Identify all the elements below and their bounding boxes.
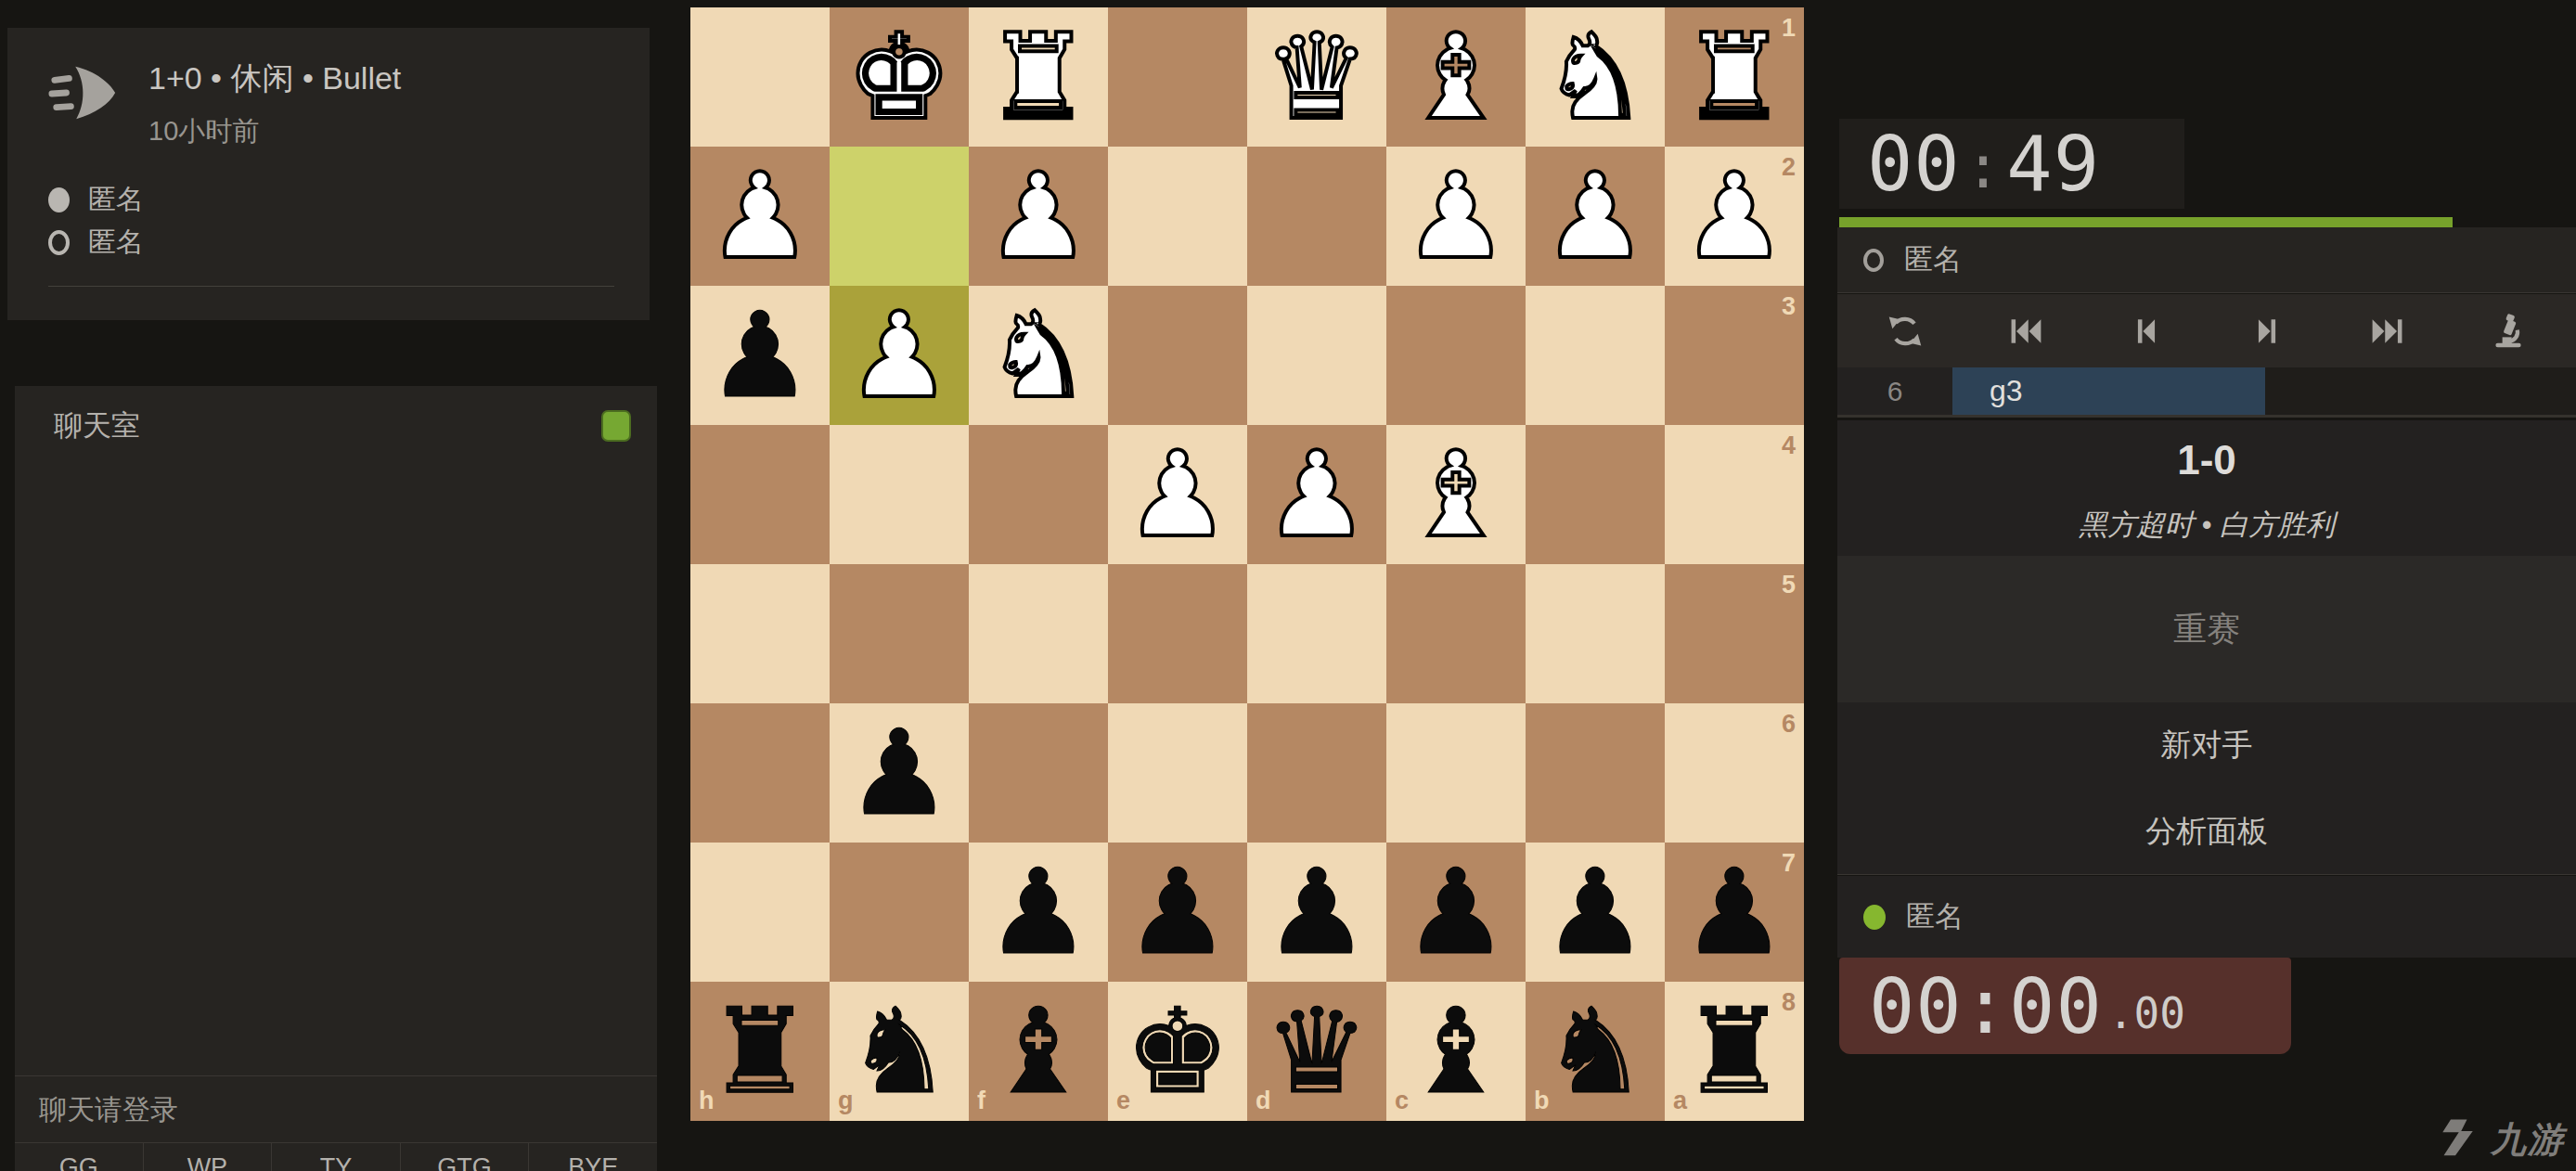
previous-move-button[interactable] <box>2125 310 2168 353</box>
square-c4[interactable]: ♝ <box>1386 425 1526 564</box>
black-pawn-piece: ♟ <box>830 703 969 843</box>
watermark: 九游 <box>2437 1116 2565 1164</box>
nine-game-logo-icon <box>2437 1117 2483 1164</box>
move-san-selected[interactable]: g3 <box>1952 367 2265 415</box>
new-opponent-button[interactable]: 新对手 <box>1837 702 2576 789</box>
chat-preset-buttons: GGWPTYGTGBYE <box>15 1142 657 1171</box>
black-pawn-piece: ♟ <box>1386 843 1526 982</box>
square-g5[interactable] <box>830 564 969 703</box>
black-pawn-piece: ♟ <box>690 286 830 425</box>
square-a2[interactable]: ♟2 <box>1665 147 1804 286</box>
square-e5[interactable] <box>1108 564 1247 703</box>
square-g3[interactable]: ♟ <box>830 286 969 425</box>
square-d6[interactable] <box>1247 703 1386 843</box>
square-b1[interactable]: ♞ <box>1526 7 1665 147</box>
white-king-piece: ♚ <box>830 7 969 147</box>
chat-preset-gg[interactable]: GG <box>15 1143 143 1171</box>
square-f1[interactable]: ♜ <box>969 7 1108 147</box>
black-pawn-piece: ♟ <box>1526 843 1665 982</box>
black-clock-time: 00:00 <box>1869 962 2103 1050</box>
square-h8[interactable]: ♜h <box>690 982 830 1121</box>
square-b6[interactable] <box>1526 703 1665 843</box>
rank-label-4: 4 <box>1782 431 1796 460</box>
left-sidebar: 1+0 • 休闲 • Bullet 10小时前 匿名 匿名 黑方超时 • 白方胜… <box>7 28 650 320</box>
square-c7[interactable]: ♟ <box>1386 843 1526 982</box>
flip-board-button[interactable] <box>1884 310 1926 353</box>
next-move-button[interactable] <box>2246 310 2288 353</box>
white-pawn-piece: ♟ <box>1247 425 1386 564</box>
square-d3[interactable] <box>1247 286 1386 425</box>
square-f2[interactable]: ♟ <box>969 147 1108 286</box>
square-a6[interactable]: 6 <box>1665 703 1804 843</box>
white-pawn-piece: ♟ <box>969 147 1108 286</box>
file-label-f: f <box>977 1087 985 1115</box>
square-c2[interactable]: ♟ <box>1386 147 1526 286</box>
square-e7[interactable]: ♟ <box>1108 843 1247 982</box>
white-pawn-piece: ♟ <box>1386 147 1526 286</box>
analysis-board-button[interactable]: 分析面板 <box>1837 789 2576 875</box>
white-clock: 00:49 <box>1839 119 2184 209</box>
online-dot-icon <box>1863 905 1886 930</box>
square-d5[interactable] <box>1247 564 1386 703</box>
white-bishop-piece: ♝ <box>1386 425 1526 564</box>
square-g7[interactable] <box>830 843 969 982</box>
square-h5[interactable] <box>690 564 830 703</box>
square-c1[interactable]: ♝ <box>1386 7 1526 147</box>
square-b7[interactable]: ♟ <box>1526 843 1665 982</box>
square-f7[interactable]: ♟ <box>969 843 1108 982</box>
rank-label-8: 8 <box>1782 988 1796 1017</box>
square-d1[interactable]: ♛ <box>1247 7 1386 147</box>
square-g8[interactable]: ♞g <box>830 982 969 1121</box>
rank-label-7: 7 <box>1782 849 1796 878</box>
square-g1[interactable]: ♚ <box>830 7 969 147</box>
game-time-ago: 10小时前 <box>148 113 401 150</box>
white-disc-icon <box>48 187 70 212</box>
chat-preset-wp[interactable]: WP <box>143 1143 272 1171</box>
white-pawn-piece: ♟ <box>1108 425 1247 564</box>
divider <box>48 286 614 287</box>
square-d7[interactable]: ♟ <box>1247 843 1386 982</box>
file-label-e: e <box>1116 1087 1130 1115</box>
square-f5[interactable] <box>969 564 1108 703</box>
analysis-microscope-icon[interactable] <box>2487 310 2530 353</box>
rank-label-6: 6 <box>1782 710 1796 739</box>
square-a3[interactable]: 3 <box>1665 286 1804 425</box>
square-d2[interactable] <box>1247 147 1386 286</box>
square-e4[interactable]: ♟ <box>1108 425 1247 564</box>
square-a4[interactable]: 4 <box>1665 425 1804 564</box>
square-h1[interactable] <box>690 7 830 147</box>
watermark-text: 九游 <box>2491 1116 2565 1164</box>
square-f3[interactable]: ♞ <box>969 286 1108 425</box>
meta-players: 匿名 匿名 <box>48 178 614 264</box>
rematch-button[interactable]: 重赛 <box>1837 556 2576 702</box>
result-box: 1-0 黑方超时 • 白方胜利 <box>1837 420 2576 556</box>
square-b4[interactable] <box>1526 425 1665 564</box>
last-move-button[interactable] <box>2366 310 2409 353</box>
square-h7[interactable] <box>690 843 830 982</box>
file-label-d: d <box>1256 1087 1271 1115</box>
white-pawn-piece: ♟ <box>690 147 830 286</box>
white-knight-piece: ♞ <box>1526 7 1665 147</box>
square-h2[interactable]: ♟ <box>690 147 830 286</box>
white-player-name: 匿名 <box>88 181 144 219</box>
white-player-bar: 匿名 <box>1837 227 2576 293</box>
black-player-name: 匿名 <box>88 224 144 262</box>
square-a8[interactable]: ♜8a <box>1665 982 1804 1121</box>
chat-preset-gtg[interactable]: GTG <box>400 1143 529 1171</box>
result-summary-text: 黑方超时 • 白方胜利 <box>48 316 614 320</box>
square-e1[interactable] <box>1108 7 1247 147</box>
white-clock-progress-bar <box>1839 217 2453 227</box>
square-f6[interactable] <box>969 703 1108 843</box>
black-pawn-piece: ♟ <box>1108 843 1247 982</box>
square-c6[interactable] <box>1386 703 1526 843</box>
chat-login-notice: 聊天请登录 <box>15 1075 657 1142</box>
chat-panel: 聊天室 聊天请登录 GGWPTYGTGBYE <box>15 386 657 1171</box>
black-clock-fraction: .00 <box>2108 988 2185 1038</box>
result-reason: 黑方超时 • 白方胜利 <box>1837 506 2576 545</box>
rank-label-3: 3 <box>1782 292 1796 321</box>
chat-header: 聊天室 <box>15 386 657 460</box>
square-b3[interactable] <box>1526 286 1665 425</box>
replay-controls <box>1837 294 2576 367</box>
white-clock-time: 00:49 <box>1867 120 2100 208</box>
rank-label-5: 5 <box>1782 571 1796 599</box>
black-player-bar: 匿名 <box>1837 876 2576 958</box>
square-a5[interactable]: 5 <box>1665 564 1804 703</box>
square-b5[interactable] <box>1526 564 1665 703</box>
file-label-h: h <box>699 1087 715 1115</box>
white-pawn-piece: ♟ <box>1526 147 1665 286</box>
game-meta-box: 1+0 • 休闲 • Bullet 10小时前 匿名 匿名 黑方超时 • 白方胜… <box>7 28 650 320</box>
rank-label-1: 1 <box>1782 14 1796 43</box>
black-clock-flagged: 00:00 .00 <box>1839 958 2291 1054</box>
game-type-title: 1+0 • 休闲 • Bullet <box>148 58 401 100</box>
square-e8[interactable]: ♚e <box>1108 982 1247 1121</box>
chat-title: 聊天室 <box>54 406 140 445</box>
chat-messages-area <box>15 460 657 1075</box>
first-move-button[interactable] <box>2004 310 2047 353</box>
move-number: 6 <box>1837 367 1952 415</box>
file-label-b: b <box>1534 1087 1550 1115</box>
square-e3[interactable] <box>1108 286 1247 425</box>
square-a1[interactable]: ♜1 <box>1665 7 1804 147</box>
white-bishop-piece: ♝ <box>1386 7 1526 147</box>
square-f8[interactable]: ♝f <box>969 982 1108 1121</box>
square-a7[interactable]: ♟7 <box>1665 843 1804 982</box>
file-label-a: a <box>1673 1087 1687 1115</box>
white-player-row: 匿名 <box>48 178 614 221</box>
black-bishop-piece: ♝ <box>969 982 1108 1121</box>
chat-preset-ty[interactable]: TY <box>271 1143 400 1171</box>
black-player-label: 匿名 <box>1906 897 1964 936</box>
file-label-c: c <box>1395 1087 1409 1115</box>
square-b2[interactable]: ♟ <box>1526 147 1665 286</box>
result-score: 1-0 <box>1837 420 2576 483</box>
chat-toggle[interactable] <box>601 410 631 442</box>
move-list: 6 g3 <box>1837 367 2576 418</box>
black-pawn-piece: ♟ <box>969 843 1108 982</box>
white-pawn-piece: ♟ <box>830 286 969 425</box>
rank-label-2: 2 <box>1782 153 1796 182</box>
square-e2[interactable] <box>1108 147 1247 286</box>
square-f4[interactable] <box>969 425 1108 564</box>
black-player-row: 匿名 <box>48 221 614 264</box>
white-player-label: 匿名 <box>1904 240 1962 279</box>
square-e6[interactable] <box>1108 703 1247 843</box>
chat-preset-bye[interactable]: BYE <box>528 1143 657 1171</box>
square-g4[interactable] <box>830 425 969 564</box>
square-g6[interactable]: ♟ <box>830 703 969 843</box>
square-h3[interactable]: ♟ <box>690 286 830 425</box>
file-label-g: g <box>838 1087 854 1115</box>
square-h6[interactable] <box>690 703 830 843</box>
white-knight-piece: ♞ <box>969 286 1108 425</box>
white-rook-piece: ♜ <box>969 7 1108 147</box>
square-d4[interactable]: ♟ <box>1247 425 1386 564</box>
white-ring-icon <box>1863 249 1884 272</box>
square-c5[interactable] <box>1386 564 1526 703</box>
square-h4[interactable] <box>690 425 830 564</box>
square-d8[interactable]: ♛d <box>1247 982 1386 1121</box>
square-b8[interactable]: ♞b <box>1526 982 1665 1121</box>
bullet-icon <box>48 58 121 130</box>
square-c8[interactable]: ♝c <box>1386 982 1526 1121</box>
white-queen-piece: ♛ <box>1247 7 1386 147</box>
square-g2[interactable] <box>830 147 969 286</box>
black-ring-icon <box>48 230 70 255</box>
black-pawn-piece: ♟ <box>1247 843 1386 982</box>
right-panel: 00:49 匿名 <box>1837 0 2576 1171</box>
square-c3[interactable] <box>1386 286 1526 425</box>
chess-board: ♚♜♛♝♞♜1♟♟♟♟♟2♟♟♞3♟♟♝45♟6♟♟♟♟♟♟7♜h♞g♝f♚e♛… <box>690 7 1804 1121</box>
